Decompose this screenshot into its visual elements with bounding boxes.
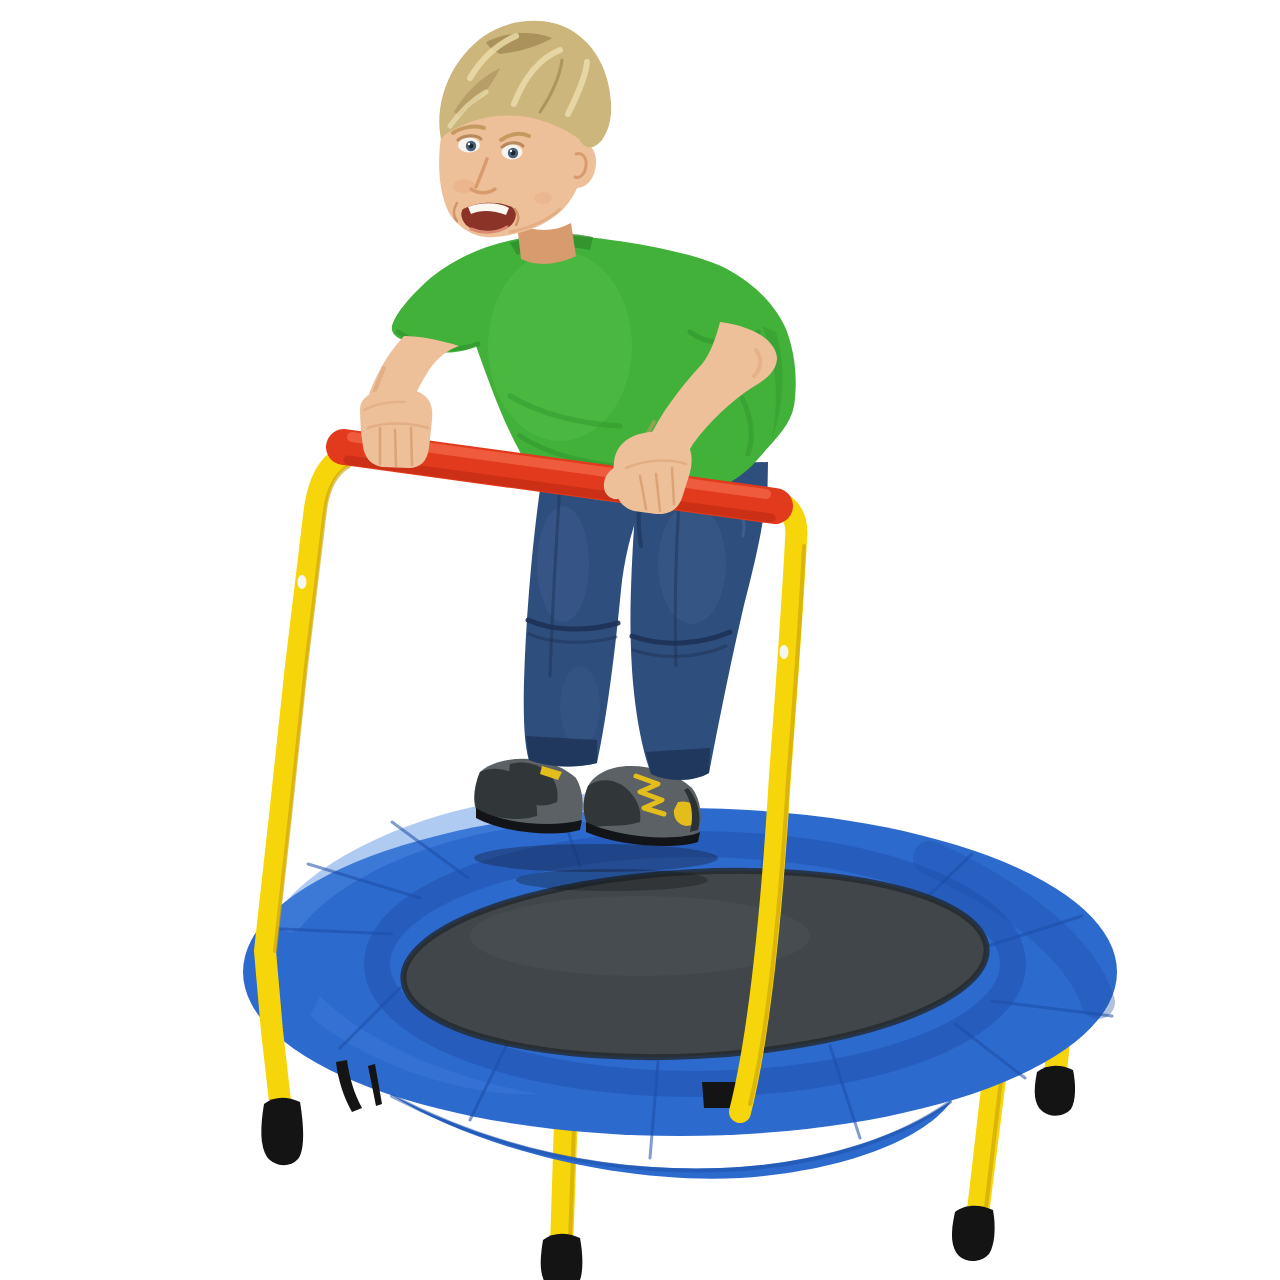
left-hand — [360, 388, 432, 468]
product-photo: A smiling blond boy in a bright green t-… — [40, 16, 1280, 1280]
cheek — [453, 179, 475, 193]
head — [439, 21, 611, 237]
rubber-foot — [541, 1234, 583, 1280]
rubber-foot — [952, 1206, 995, 1261]
rubber-foot — [1035, 1066, 1075, 1116]
rubber-foot — [261, 1098, 303, 1165]
left-shoe — [474, 759, 583, 834]
trampoline — [243, 806, 1117, 1280]
frame-rivet — [298, 575, 307, 589]
cheek — [534, 192, 552, 204]
cast-shadow-mat — [516, 869, 708, 891]
ear — [566, 142, 596, 188]
cast-shadow — [474, 844, 718, 872]
photo-illustration: A smiling blond boy in a bright green t-… — [40, 16, 1280, 1280]
frame-rivet — [780, 645, 789, 659]
